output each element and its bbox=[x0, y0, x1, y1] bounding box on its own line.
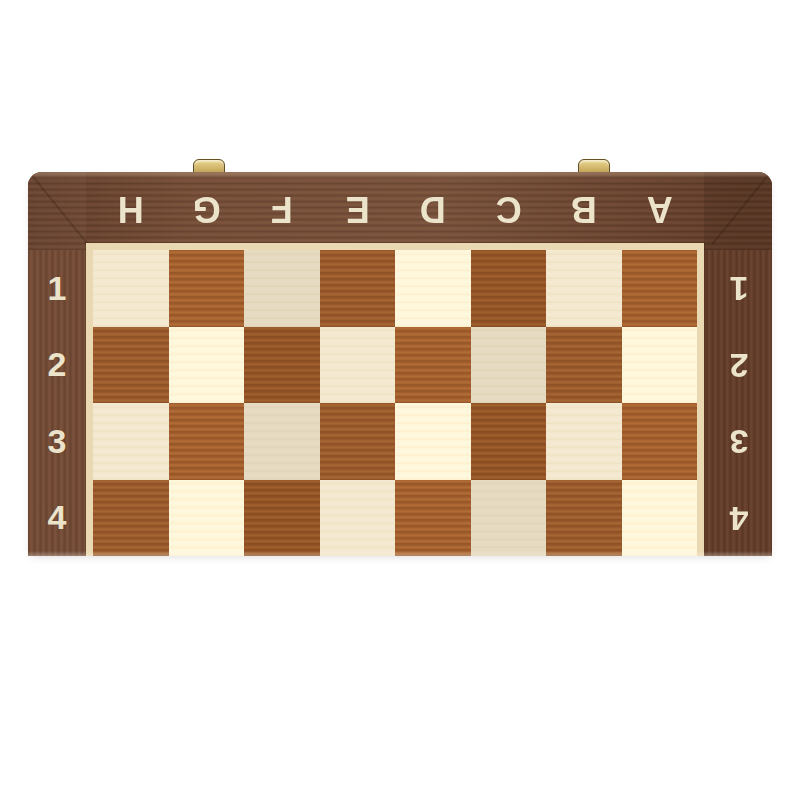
square-e1 bbox=[320, 250, 396, 327]
square-f4 bbox=[244, 480, 320, 557]
square-f2 bbox=[244, 327, 320, 404]
square-b1 bbox=[546, 250, 622, 327]
chess-board-folded-half: HGFEDCBA 1234 1234 bbox=[28, 172, 772, 556]
file-label-g: G bbox=[169, 180, 245, 238]
square-h3 bbox=[93, 403, 169, 480]
file-label-h: H bbox=[93, 180, 169, 238]
square-d4 bbox=[395, 480, 471, 557]
square-e4 bbox=[320, 480, 396, 557]
rank-label-right-1: 1 bbox=[706, 250, 772, 327]
square-g1 bbox=[169, 250, 245, 327]
rank-label-left-1: 1 bbox=[28, 250, 86, 327]
square-c1 bbox=[471, 250, 547, 327]
square-f3 bbox=[244, 403, 320, 480]
square-e2 bbox=[320, 327, 396, 404]
square-a3 bbox=[622, 403, 698, 480]
file-label-f: F bbox=[244, 180, 320, 238]
square-h4 bbox=[93, 480, 169, 557]
rank-label-left-2: 2 bbox=[28, 327, 86, 404]
square-f1 bbox=[244, 250, 320, 327]
square-h2 bbox=[93, 327, 169, 404]
square-b4 bbox=[546, 480, 622, 557]
square-g3 bbox=[169, 403, 245, 480]
square-a1 bbox=[622, 250, 698, 327]
rank-label-right-3: 3 bbox=[706, 403, 772, 480]
file-label-e: E bbox=[320, 180, 396, 238]
file-label-c: C bbox=[471, 180, 547, 238]
file-label-d: D bbox=[395, 180, 471, 238]
rank-label-left-3: 3 bbox=[28, 403, 86, 480]
file-label-a: A bbox=[622, 180, 698, 238]
playing-field bbox=[93, 250, 697, 556]
square-d3 bbox=[395, 403, 471, 480]
fold-edge-chamfer bbox=[28, 551, 772, 556]
square-a4 bbox=[622, 480, 698, 557]
board-top-edge-highlight bbox=[28, 172, 772, 179]
square-c3 bbox=[471, 403, 547, 480]
rank-label-right-2: 2 bbox=[706, 327, 772, 404]
rank-label-left-4: 4 bbox=[28, 480, 86, 557]
square-a2 bbox=[622, 327, 698, 404]
square-b3 bbox=[546, 403, 622, 480]
photo-canvas: HGFEDCBA 1234 1234 bbox=[0, 0, 800, 800]
square-e3 bbox=[320, 403, 396, 480]
square-h1 bbox=[93, 250, 169, 327]
square-g4 bbox=[169, 480, 245, 557]
square-c2 bbox=[471, 327, 547, 404]
square-c4 bbox=[471, 480, 547, 557]
rank-label-right-4: 4 bbox=[706, 480, 772, 557]
square-d2 bbox=[395, 327, 471, 404]
file-label-b: B bbox=[546, 180, 622, 238]
square-b2 bbox=[546, 327, 622, 404]
square-d1 bbox=[395, 250, 471, 327]
square-g2 bbox=[169, 327, 245, 404]
